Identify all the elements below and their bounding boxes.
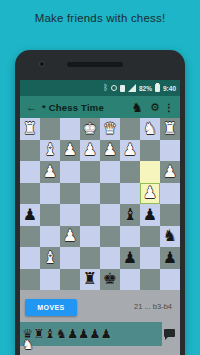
square-g7[interactable]: ♝ [40, 247, 60, 269]
promo-page: Make friends with chess! ᛒ 82% 9:40 ← * … [0, 0, 200, 355]
front-camera [39, 61, 45, 67]
white-king-e1: ♚ [83, 121, 97, 137]
black-pawn-h5: ♟ [23, 207, 37, 223]
square-c2[interactable]: ♟ [120, 140, 140, 162]
square-h7[interactable] [20, 247, 40, 269]
phone-screen: ᛒ 82% 9:40 ← * Chess Time ♞ ⚙ ⋮ ♜♚♛♞♜♝♟♟… [20, 80, 180, 355]
captured-black-bishop: ♝ [44, 328, 55, 341]
square-b1[interactable]: ♞ [140, 118, 160, 140]
square-g5[interactable] [40, 204, 60, 226]
square-d7[interactable] [100, 247, 120, 269]
captured-white-tray: ♞ [22, 338, 34, 351]
square-c3[interactable] [120, 161, 140, 183]
square-a2[interactable] [160, 140, 180, 162]
captured-black-knight: ♞ [56, 328, 67, 341]
square-e3[interactable] [80, 161, 100, 183]
square-b3[interactable] [140, 161, 160, 183]
square-b7[interactable] [140, 247, 160, 269]
captured-white-knight: ♞ [22, 338, 34, 351]
square-f6[interactable]: ♟ [60, 226, 80, 248]
white-pawn-d2: ♟ [103, 142, 117, 158]
square-e8[interactable]: ♜ [80, 269, 100, 291]
square-d8[interactable]: ♚ [100, 269, 120, 291]
captured-black-rook: ♜ [33, 328, 44, 341]
white-rook-h1: ♜ [23, 121, 37, 137]
square-h8[interactable] [20, 269, 40, 291]
signal-icon [128, 84, 136, 92]
bluetooth-icon: ᛒ [103, 84, 108, 92]
square-d4[interactable] [100, 183, 120, 205]
white-queen-d1: ♛ [103, 121, 117, 137]
square-h3[interactable] [20, 161, 40, 183]
square-e5[interactable] [80, 204, 100, 226]
square-d3[interactable] [100, 161, 120, 183]
settings-gear-icon[interactable]: ⚙ [146, 101, 164, 114]
square-c6[interactable] [120, 226, 140, 248]
black-knight-a6: ♞ [163, 228, 177, 244]
square-c8[interactable] [120, 269, 140, 291]
chat-bubble-icon[interactable] [164, 329, 175, 337]
black-bishop-c5: ♝ [123, 207, 137, 223]
moves-panel: MOVES 21 ... b3-b4 [20, 290, 180, 322]
data-saver-icon [111, 85, 117, 91]
white-pawn-g3: ♟ [43, 164, 57, 180]
square-e4[interactable] [80, 183, 100, 205]
sim-icon [120, 85, 125, 92]
white-rook-a1: ♜ [163, 121, 177, 137]
clock: 9:40 [163, 85, 176, 92]
square-a4[interactable] [160, 183, 180, 205]
battery-percent: 82% [139, 85, 152, 92]
moves-button[interactable]: MOVES [25, 299, 77, 316]
captured-black-tray: ♛♜♝♞♟♟♟♟ [20, 322, 162, 346]
white-pawn-f6: ♟ [63, 228, 77, 244]
white-pawn-f2: ♟ [63, 142, 77, 158]
white-pawn-e2: ♟ [83, 142, 97, 158]
square-a7[interactable]: ♟ [160, 247, 180, 269]
square-g1[interactable] [40, 118, 60, 140]
square-f7[interactable] [60, 247, 80, 269]
black-king-d8: ♚ [103, 271, 117, 287]
square-g4[interactable] [40, 183, 60, 205]
captured-black-pawn: ♟ [101, 328, 112, 341]
square-a8[interactable] [160, 269, 180, 291]
black-pawn-c7: ♟ [123, 250, 137, 266]
back-icon[interactable]: ← [26, 101, 42, 113]
app-title: * Chess Time [42, 102, 128, 113]
captured-black-pawn: ♟ [89, 328, 100, 341]
square-c5[interactable]: ♝ [120, 204, 140, 226]
square-f3[interactable] [60, 161, 80, 183]
square-d6[interactable] [100, 226, 120, 248]
square-a5[interactable] [160, 204, 180, 226]
square-g8[interactable] [40, 269, 60, 291]
square-g2[interactable]: ♝ [40, 140, 60, 162]
square-c1[interactable] [120, 118, 140, 140]
captured-black-pawn: ♟ [78, 328, 89, 341]
square-a3[interactable]: ♟ [160, 161, 180, 183]
square-b4[interactable]: ♟ [140, 183, 160, 205]
overflow-menu-icon[interactable]: ⋮ [164, 102, 174, 113]
square-c7[interactable]: ♟ [120, 247, 140, 269]
square-f4[interactable] [60, 183, 80, 205]
phone-mockup: ᛒ 82% 9:40 ← * Chess Time ♞ ⚙ ⋮ ♜♚♛♞♜♝♟♟… [15, 50, 185, 355]
chess-board: ♜♚♛♞♜♝♟♟♟♟♟♟♟♟♝♟♟♞♝♟♟♜♚ [20, 118, 180, 290]
square-f5[interactable] [60, 204, 80, 226]
square-b5[interactable]: ♟ [140, 204, 160, 226]
square-f1[interactable] [60, 118, 80, 140]
last-move-text: 21 ... b3-b4 [134, 302, 172, 311]
square-f8[interactable] [60, 269, 80, 291]
square-h6[interactable] [20, 226, 40, 248]
white-pawn-c2: ♟ [123, 142, 137, 158]
square-h4[interactable] [20, 183, 40, 205]
white-pawn-a3: ♟ [163, 164, 177, 180]
square-e1[interactable]: ♚ [80, 118, 100, 140]
black-pawn-b5: ♟ [143, 207, 157, 223]
square-a6[interactable]: ♞ [160, 226, 180, 248]
battery-icon [155, 84, 160, 92]
earpiece-speaker [67, 62, 123, 67]
square-h2[interactable] [20, 140, 40, 162]
black-rook-e8: ♜ [83, 271, 97, 287]
white-bishop-g2: ♝ [43, 142, 57, 158]
square-h5[interactable]: ♟ [20, 204, 40, 226]
captured-black-pawn: ♟ [67, 328, 78, 341]
square-e2[interactable]: ♟ [80, 140, 100, 162]
square-f2[interactable]: ♟ [60, 140, 80, 162]
square-d5[interactable] [100, 204, 120, 226]
square-c4[interactable] [120, 183, 140, 205]
black-pawn-a7: ♟ [163, 250, 177, 266]
square-a1[interactable]: ♜ [160, 118, 180, 140]
square-g3[interactable]: ♟ [40, 161, 60, 183]
square-e6[interactable] [80, 226, 100, 248]
white-pawn-b4: ♟ [143, 185, 157, 201]
square-b2[interactable] [140, 140, 160, 162]
square-d2[interactable]: ♟ [100, 140, 120, 162]
white-knight-b1: ♞ [143, 121, 157, 137]
white-bishop-g7: ♝ [43, 250, 57, 266]
app-toolbar: ← * Chess Time ♞ ⚙ ⋮ [20, 96, 180, 118]
square-g6[interactable] [40, 226, 60, 248]
square-b8[interactable] [140, 269, 160, 291]
square-e7[interactable] [80, 247, 100, 269]
square-h1[interactable]: ♜ [20, 118, 40, 140]
square-d1[interactable]: ♛ [100, 118, 120, 140]
status-bar: ᛒ 82% 9:40 [20, 80, 180, 96]
square-b6[interactable] [140, 226, 160, 248]
promo-caption: Make friends with chess! [0, 0, 200, 24]
knight-menu-icon[interactable]: ♞ [128, 100, 146, 115]
